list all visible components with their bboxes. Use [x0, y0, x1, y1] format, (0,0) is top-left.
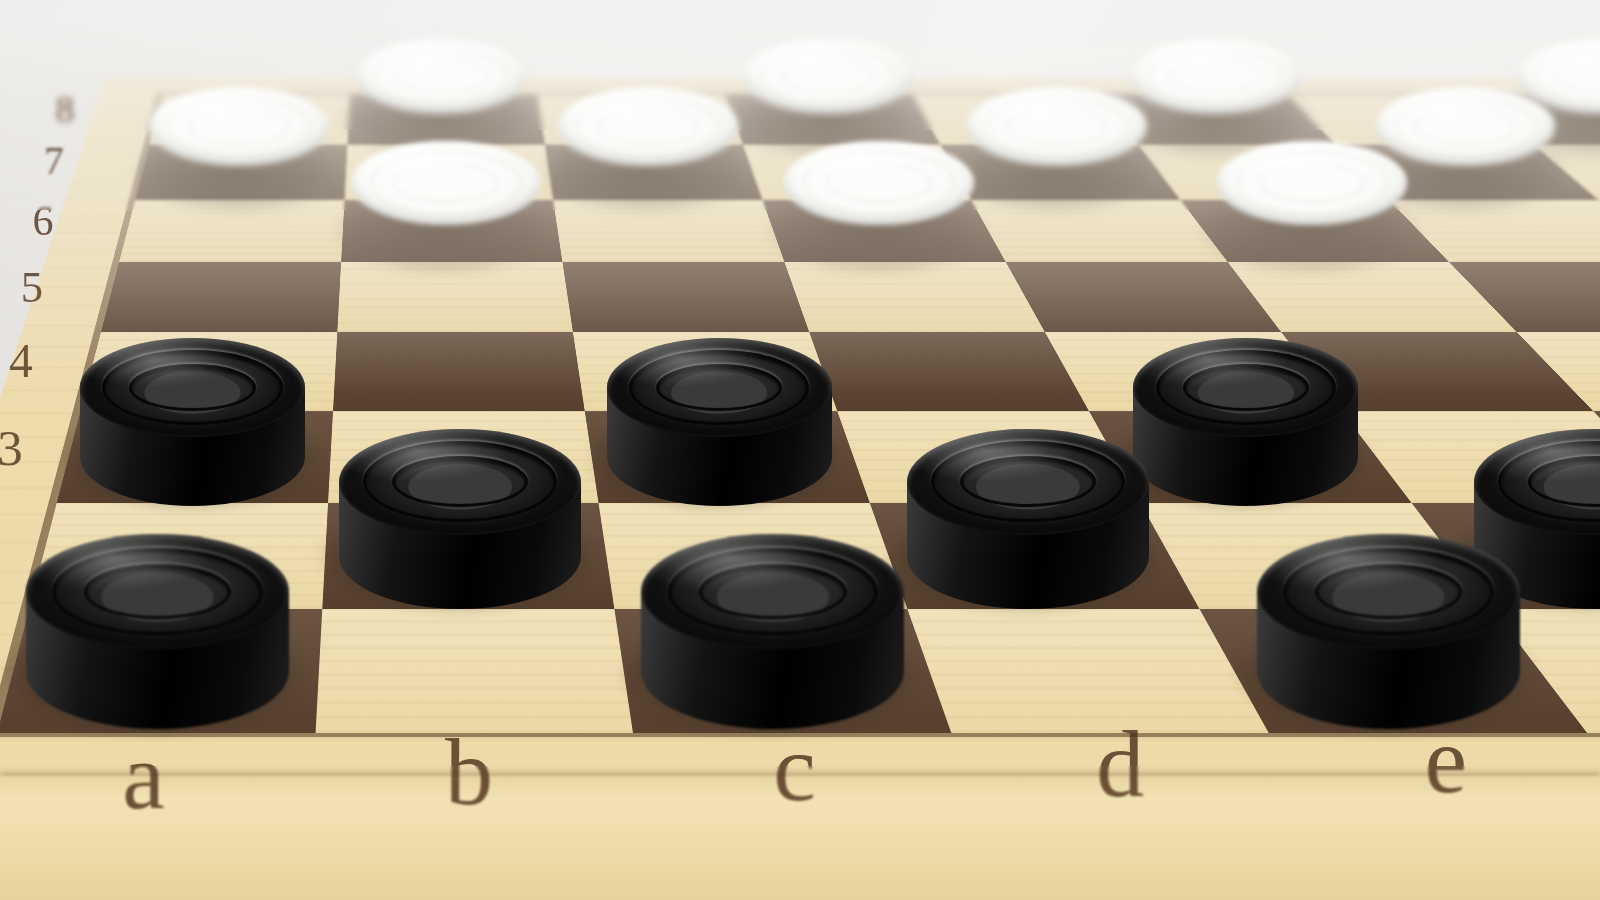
- piece-groove-ring: [52, 548, 262, 636]
- piece-top: ●: [558, 87, 738, 166]
- piece-groove-ring: [1183, 364, 1309, 411]
- white-man-glyph: ●: [1266, 160, 1359, 207]
- piece-groove-ring: [1528, 456, 1600, 507]
- black-man-a3[interactable]: ●: [80, 338, 305, 505]
- piece-groove-ring: [803, 151, 955, 214]
- piece-gloss-highlight: [1257, 534, 1520, 649]
- piece-gloss-highlight: [26, 534, 289, 649]
- piece-groove-ring: [84, 564, 231, 619]
- piece-top: ●: [784, 141, 974, 224]
- piece-gloss-highlight: [339, 429, 582, 535]
- black-man-a1[interactable]: ●: [26, 534, 289, 729]
- black-man-glyph: ●: [1191, 360, 1301, 415]
- black-man-c3[interactable]: ●: [607, 338, 832, 505]
- white-man-glyph: ●: [604, 105, 692, 149]
- white-man-f8[interactable]: ●: [1130, 39, 1300, 155]
- piece-top: ●: [26, 534, 289, 649]
- black-man-glyph: ●: [401, 452, 520, 512]
- piece-groove-ring: [1147, 48, 1283, 105]
- white-man-d8[interactable]: ●: [743, 39, 913, 155]
- black-man-glyph: ●: [1536, 452, 1600, 512]
- piece-groove-ring: [370, 151, 522, 214]
- piece-groove-ring: [1555, 59, 1600, 95]
- white-man-glyph: ●: [833, 160, 926, 207]
- piece-top: ●: [1257, 534, 1520, 649]
- piece-top: ●: [743, 39, 913, 114]
- piece-groove-ring: [576, 97, 720, 157]
- white-man-glyph: ●: [1422, 105, 1510, 149]
- piece-top: ●: [149, 87, 329, 166]
- piece-groove-ring: [1259, 163, 1366, 203]
- piece-gloss-highlight: [356, 39, 526, 114]
- piece-top: ●: [967, 87, 1147, 166]
- piece-gloss-highlight: [641, 534, 904, 649]
- white-man-glyph: ●: [399, 56, 482, 98]
- piece-top: ●: [607, 338, 832, 437]
- piece-groove-ring: [781, 59, 876, 95]
- piece-top: ●: [907, 429, 1150, 535]
- piece-top: ●: [351, 141, 541, 224]
- piece-groove-ring: [1498, 441, 1600, 522]
- piece-groove-ring: [1006, 108, 1107, 146]
- black-man-glyph: ●: [93, 559, 221, 624]
- black-man-e3[interactable]: ●: [1133, 338, 1358, 505]
- piece-gloss-highlight: [743, 39, 913, 114]
- piece-groove-ring: [1394, 97, 1538, 157]
- piece-groove-ring: [826, 163, 933, 203]
- white-man-c7[interactable]: ●: [558, 87, 738, 209]
- white-man-glyph: ●: [399, 160, 492, 207]
- piece-groove-ring: [189, 108, 290, 146]
- piece-gloss-highlight: [907, 429, 1150, 535]
- piece-groove-ring: [1415, 108, 1516, 146]
- piece-groove-ring: [985, 97, 1129, 157]
- white-man-d6[interactable]: ●: [784, 141, 974, 270]
- piece-groove-ring: [1168, 59, 1263, 95]
- piece-groove-ring: [393, 163, 500, 203]
- piece-groove-ring: [1236, 151, 1388, 214]
- piece-top: ●: [641, 534, 904, 649]
- piece-groove-ring: [393, 59, 488, 95]
- piece-groove-ring: [167, 97, 311, 157]
- piece-gloss-highlight: [967, 87, 1147, 166]
- piece-groove-ring: [598, 108, 699, 146]
- white-man-glyph: ●: [1174, 56, 1257, 98]
- black-man-glyph: ●: [1324, 559, 1452, 624]
- white-man-b6[interactable]: ●: [351, 141, 541, 270]
- piece-gloss-highlight: [1133, 338, 1358, 437]
- piece-groove-ring: [102, 350, 282, 425]
- black-man-d2[interactable]: ●: [907, 429, 1150, 609]
- piece-gloss-highlight: [607, 338, 832, 437]
- white-man-glyph: ●: [195, 105, 283, 149]
- black-man-b2[interactable]: ●: [339, 429, 582, 609]
- piece-gloss-highlight: [80, 338, 305, 437]
- white-man-a7[interactable]: ●: [149, 87, 329, 209]
- piece-gloss-highlight: [558, 87, 738, 166]
- piece-gloss-highlight: [351, 141, 541, 224]
- white-man-b8[interactable]: ●: [356, 39, 526, 155]
- piece-groove-ring: [931, 441, 1125, 522]
- piece-groove-ring: [656, 364, 782, 411]
- piece-gloss-highlight: [149, 87, 329, 166]
- white-man-e7[interactable]: ●: [967, 87, 1147, 209]
- black-man-glyph: ●: [969, 452, 1088, 512]
- piece-top: ●: [1133, 338, 1358, 437]
- piece-groove-ring: [699, 564, 846, 619]
- piece-groove-ring: [960, 456, 1096, 507]
- piece-groove-ring: [129, 364, 255, 411]
- white-man-glyph: ●: [787, 56, 870, 98]
- piece-top: ●: [80, 338, 305, 437]
- white-man-glyph: ●: [1561, 56, 1600, 98]
- piece-top: ●: [339, 429, 582, 535]
- pieces-layer: ●●●●●●●●●●●●●●●●●●●●●●: [0, 0, 1600, 900]
- piece-groove-ring: [760, 48, 896, 105]
- black-man-glyph: ●: [138, 360, 248, 415]
- piece-groove-ring: [392, 456, 528, 507]
- piece-gloss-highlight: [1217, 141, 1407, 224]
- piece-groove-ring: [1283, 548, 1493, 636]
- piece-gloss-highlight: [784, 141, 974, 224]
- white-man-glyph: ●: [1013, 105, 1101, 149]
- black-man-glyph: ●: [664, 360, 774, 415]
- white-man-f6[interactable]: ●: [1217, 141, 1407, 270]
- piece-groove-ring: [668, 548, 878, 636]
- checkers-photo-scene: abcde345678 ●●●●●●●●●●●●●●●●●●●●●●: [0, 0, 1600, 900]
- piece-groove-ring: [363, 441, 557, 522]
- piece-groove-ring: [1315, 564, 1462, 619]
- piece-groove-ring: [373, 48, 509, 105]
- piece-groove-ring: [1156, 350, 1336, 425]
- piece-groove-ring: [629, 350, 809, 425]
- black-man-glyph: ●: [709, 559, 837, 624]
- black-man-e1[interactable]: ●: [1257, 534, 1520, 729]
- piece-top: ●: [356, 39, 526, 114]
- piece-top: ●: [1217, 141, 1407, 224]
- piece-top: ●: [1130, 39, 1300, 114]
- black-man-c1[interactable]: ●: [641, 534, 904, 729]
- piece-gloss-highlight: [1130, 39, 1300, 114]
